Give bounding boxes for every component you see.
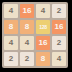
- tile: 128: [36, 20, 50, 34]
- tile: 4: [52, 52, 66, 66]
- board[interactable]: 4 16 4 2 8 8 128 16 4 4 16 2 2 2 8 4: [2, 2, 68, 68]
- tile: 16: [20, 4, 34, 18]
- tile: 4: [20, 36, 34, 50]
- game-frame: 4 16 4 2 8 8 128 16 4 4 16 2 2 2 8 4: [0, 0, 72, 72]
- tile: 2: [20, 52, 34, 66]
- tile: 4: [4, 4, 18, 18]
- tile: 2: [52, 4, 66, 18]
- tile: 16: [36, 36, 50, 50]
- tile: 16: [52, 20, 66, 34]
- tile: 4: [4, 36, 18, 50]
- tile: 2: [4, 52, 18, 66]
- tile: 8: [36, 52, 50, 66]
- tile: 8: [20, 20, 34, 34]
- tile: 8: [4, 20, 18, 34]
- tile: 2: [52, 36, 66, 50]
- tile: 4: [36, 4, 50, 18]
